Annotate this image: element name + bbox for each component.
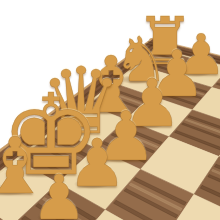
piece-layer: ♜♟♞♟♝♟♛♟♚♟♝♟ (0, 0, 220, 220)
chess-set-photo: abcde12 ♜♟♞♟♝♟♛♟♚♟♝♟ (0, 0, 220, 220)
white-pawn-f2: ♟ (28, 167, 90, 220)
